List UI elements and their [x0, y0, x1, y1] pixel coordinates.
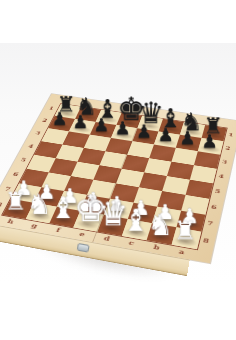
square-g8: ♞ — [26, 203, 57, 223]
piece-black-rook: ♜ — [55, 94, 76, 115]
square-c5 — [139, 172, 167, 191]
piece-black-knight: ♞ — [181, 109, 203, 134]
piece-black-rook: ♜ — [202, 115, 224, 137]
square-h4 — [34, 141, 62, 158]
piece-black-bishop: ♝ — [159, 105, 181, 131]
piece-black-king: ♚ — [117, 93, 139, 125]
square-e8: ♚ — [73, 211, 104, 232]
square-g5 — [49, 158, 78, 176]
product-photo: 12345678 12345678 hgfedcba ♜♞♝♚♛♝♞♜♟♟♟♟♟… — [0, 0, 236, 340]
chess-board: 12345678 12345678 hgfedcba ♜♞♝♚♛♝♞♜♟♟♟♟♟… — [0, 94, 236, 263]
square-g3 — [62, 131, 89, 147]
square-b3 — [171, 148, 197, 165]
scene: 12345678 12345678 hgfedcba ♜♞♝♚♛♝♞♜♟♟♟♟♟… — [0, 0, 236, 340]
latch-clasp-icon — [77, 243, 90, 253]
